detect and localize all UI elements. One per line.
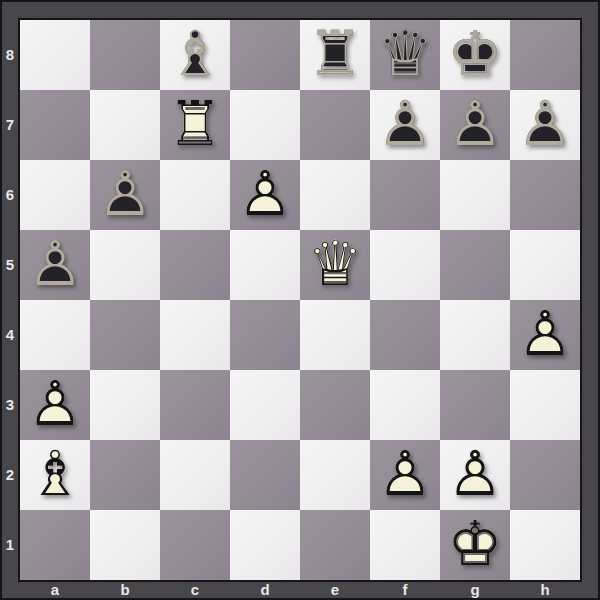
pawn-glyph-fill: ♟	[370, 440, 440, 510]
chessboard-frame: ♝♗♜♖♛♕♚♔♜♖♟♙♟♙♟♙♟♙♟♙♟♙♛♕♟♙♟♙♝♗♟♙♟♙♚♔ 876…	[0, 0, 600, 600]
square-h5[interactable]	[510, 230, 580, 300]
black-rook-e8: ♜♖	[300, 20, 370, 90]
square-b1[interactable]	[90, 510, 160, 580]
white-pawn-g2: ♟♙	[440, 440, 510, 510]
file-label-a: a	[20, 582, 90, 598]
pawn-glyph-outline: ♙	[20, 370, 90, 440]
square-a4[interactable]	[20, 300, 90, 370]
pawn-glyph-fill: ♟	[230, 160, 300, 230]
square-e6[interactable]	[300, 160, 370, 230]
square-e2[interactable]	[300, 440, 370, 510]
square-g8[interactable]: ♚♔	[440, 20, 510, 90]
square-a2[interactable]: ♝♗	[20, 440, 90, 510]
square-h8[interactable]	[510, 20, 580, 90]
square-d8[interactable]	[230, 20, 300, 90]
square-c3[interactable]	[160, 370, 230, 440]
square-d6[interactable]: ♟♙	[230, 160, 300, 230]
square-d4[interactable]	[230, 300, 300, 370]
square-e3[interactable]	[300, 370, 370, 440]
square-d5[interactable]	[230, 230, 300, 300]
rank-label-1: 1	[2, 510, 18, 580]
pawn-glyph-outline: ♙	[510, 90, 580, 160]
file-label-e: e	[300, 582, 370, 598]
black-pawn-b6: ♟♙	[90, 160, 160, 230]
square-f6[interactable]	[370, 160, 440, 230]
bishop-glyph-fill: ♝	[160, 20, 230, 90]
pawn-glyph-outline: ♙	[370, 90, 440, 160]
square-a1[interactable]	[20, 510, 90, 580]
black-king-g8: ♚♔	[440, 20, 510, 90]
square-e1[interactable]	[300, 510, 370, 580]
square-h2[interactable]	[510, 440, 580, 510]
king-glyph-fill: ♚	[440, 510, 510, 580]
square-a3[interactable]: ♟♙	[20, 370, 90, 440]
square-e7[interactable]	[300, 90, 370, 160]
rook-glyph-fill: ♜	[160, 90, 230, 160]
rook-glyph-fill: ♜	[300, 20, 370, 90]
square-h3[interactable]	[510, 370, 580, 440]
file-label-b: b	[90, 582, 160, 598]
pawn-glyph-fill: ♟	[90, 160, 160, 230]
square-d3[interactable]	[230, 370, 300, 440]
square-a5[interactable]: ♟♙	[20, 230, 90, 300]
pawn-glyph-outline: ♙	[440, 90, 510, 160]
square-d7[interactable]	[230, 90, 300, 160]
square-e8[interactable]: ♜♖	[300, 20, 370, 90]
pawn-glyph-outline: ♙	[510, 300, 580, 370]
square-h4[interactable]: ♟♙	[510, 300, 580, 370]
white-pawn-a3: ♟♙	[20, 370, 90, 440]
pawn-glyph-outline: ♙	[90, 160, 160, 230]
white-bishop-a2: ♝♗	[20, 440, 90, 510]
square-e5[interactable]: ♛♕	[300, 230, 370, 300]
square-g6[interactable]	[440, 160, 510, 230]
rank-label-6: 6	[2, 160, 18, 230]
queen-glyph-fill: ♛	[300, 230, 370, 300]
queen-glyph-outline: ♕	[300, 230, 370, 300]
white-pawn-h4: ♟♙	[510, 300, 580, 370]
black-queen-f8: ♛♕	[370, 20, 440, 90]
pawn-glyph-outline: ♙	[230, 160, 300, 230]
square-f8[interactable]: ♛♕	[370, 20, 440, 90]
square-c5[interactable]	[160, 230, 230, 300]
pawn-glyph-fill: ♟	[510, 90, 580, 160]
square-c1[interactable]	[160, 510, 230, 580]
white-pawn-f2: ♟♙	[370, 440, 440, 510]
king-glyph-fill: ♚	[440, 20, 510, 90]
rook-glyph-outline: ♖	[160, 90, 230, 160]
pawn-glyph-outline: ♙	[20, 230, 90, 300]
square-b7[interactable]	[90, 90, 160, 160]
square-a7[interactable]	[20, 90, 90, 160]
square-e4[interactable]	[300, 300, 370, 370]
square-b8[interactable]	[90, 20, 160, 90]
rank-label-8: 8	[2, 20, 18, 90]
square-c2[interactable]	[160, 440, 230, 510]
file-label-d: d	[230, 582, 300, 598]
square-g5[interactable]	[440, 230, 510, 300]
square-a8[interactable]	[20, 20, 90, 90]
square-c4[interactable]	[160, 300, 230, 370]
pawn-glyph-fill: ♟	[20, 370, 90, 440]
white-rook-c7: ♜♖	[160, 90, 230, 160]
pawn-glyph-fill: ♟	[510, 300, 580, 370]
white-king-g1: ♚♔	[440, 510, 510, 580]
pawn-glyph-outline: ♙	[440, 440, 510, 510]
white-queen-e5: ♛♕	[300, 230, 370, 300]
square-b6[interactable]: ♟♙	[90, 160, 160, 230]
board: ♝♗♜♖♛♕♚♔♜♖♟♙♟♙♟♙♟♙♟♙♟♙♛♕♟♙♟♙♝♗♟♙♟♙♚♔	[18, 18, 582, 582]
black-pawn-f7: ♟♙	[370, 90, 440, 160]
square-g2[interactable]: ♟♙	[440, 440, 510, 510]
square-b4[interactable]	[90, 300, 160, 370]
rank-label-3: 3	[2, 370, 18, 440]
rook-glyph-outline: ♖	[300, 20, 370, 90]
white-pawn-d6: ♟♙	[230, 160, 300, 230]
pawn-glyph-fill: ♟	[440, 440, 510, 510]
rank-label-4: 4	[2, 300, 18, 370]
square-f4[interactable]	[370, 300, 440, 370]
square-d1[interactable]	[230, 510, 300, 580]
bishop-glyph-outline: ♗	[20, 440, 90, 510]
square-b5[interactable]	[90, 230, 160, 300]
bishop-glyph-outline: ♗	[160, 20, 230, 90]
king-glyph-outline: ♔	[440, 20, 510, 90]
black-pawn-g7: ♟♙	[440, 90, 510, 160]
square-c6[interactable]	[160, 160, 230, 230]
black-pawn-a5: ♟♙	[20, 230, 90, 300]
file-label-g: g	[440, 582, 510, 598]
square-g7[interactable]: ♟♙	[440, 90, 510, 160]
king-glyph-outline: ♔	[440, 510, 510, 580]
rank-label-5: 5	[2, 230, 18, 300]
black-bishop-c8: ♝♗	[160, 20, 230, 90]
square-f5[interactable]	[370, 230, 440, 300]
pawn-glyph-outline: ♙	[370, 440, 440, 510]
file-label-h: h	[510, 582, 580, 598]
square-f3[interactable]	[370, 370, 440, 440]
square-b3[interactable]	[90, 370, 160, 440]
square-f7[interactable]: ♟♙	[370, 90, 440, 160]
square-c7[interactable]: ♜♖	[160, 90, 230, 160]
square-b2[interactable]	[90, 440, 160, 510]
square-d2[interactable]	[230, 440, 300, 510]
queen-glyph-outline: ♕	[370, 20, 440, 90]
rank-label-7: 7	[2, 90, 18, 160]
pawn-glyph-fill: ♟	[440, 90, 510, 160]
pawn-glyph-fill: ♟	[20, 230, 90, 300]
square-a6[interactable]	[20, 160, 90, 230]
square-f1[interactable]	[370, 510, 440, 580]
square-h7[interactable]: ♟♙	[510, 90, 580, 160]
pawn-glyph-fill: ♟	[370, 90, 440, 160]
queen-glyph-fill: ♛	[370, 20, 440, 90]
square-h6[interactable]	[510, 160, 580, 230]
bishop-glyph-fill: ♝	[20, 440, 90, 510]
file-label-c: c	[160, 582, 230, 598]
rank-label-2: 2	[2, 440, 18, 510]
square-g4[interactable]	[440, 300, 510, 370]
black-pawn-h7: ♟♙	[510, 90, 580, 160]
square-c8[interactable]: ♝♗	[160, 20, 230, 90]
square-g3[interactable]	[440, 370, 510, 440]
file-label-f: f	[370, 582, 440, 598]
square-f2[interactable]: ♟♙	[370, 440, 440, 510]
square-h1[interactable]	[510, 510, 580, 580]
square-g1[interactable]: ♚♔	[440, 510, 510, 580]
